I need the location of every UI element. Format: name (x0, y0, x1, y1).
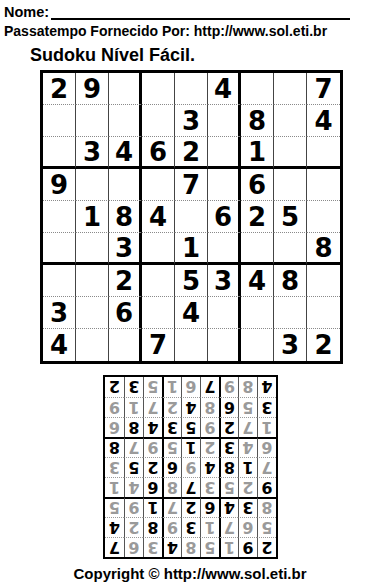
solution-cell-r5c2: 1 (238, 457, 257, 477)
solution-cell-r4c6: 8 (162, 477, 181, 497)
solution-cell-r2c5: 3 (181, 517, 200, 537)
solution-cell-r9c7: 5 (143, 377, 162, 397)
puzzle-cell-r2c1[interactable] (43, 105, 76, 137)
solution-cell-r5c7: 2 (143, 457, 162, 477)
solution-cell-r2c3: 7 (219, 517, 238, 537)
solution-cell-r8c8: 1 (124, 397, 143, 417)
solution-cell-r7c9: 6 (105, 417, 124, 437)
puzzle-cell-r7c8[interactable]: 8 (274, 265, 307, 297)
puzzle-cell-r8c6[interactable] (208, 297, 241, 329)
puzzle-cell-r5c9[interactable] (307, 201, 340, 233)
solution-cell-r2c6: 9 (162, 517, 181, 537)
puzzle-cell-r9c4[interactable]: 7 (142, 329, 175, 361)
puzzle-cell-r9c1[interactable]: 4 (43, 329, 76, 361)
puzzle-cell-r3c4[interactable]: 6 (142, 137, 175, 169)
name-field-row: Nome: (4, 4, 350, 20)
puzzle-cell-r6c8[interactable] (274, 233, 307, 265)
puzzle-cell-r8c9[interactable] (307, 297, 340, 329)
puzzle-cell-r4c3[interactable] (109, 169, 142, 201)
puzzle-cell-r9c5[interactable] (175, 329, 208, 361)
solution-cell-r6c7: 9 (143, 437, 162, 457)
puzzle-cell-r3c3[interactable]: 4 (109, 137, 142, 169)
solution-cell-r2c8: 2 (124, 517, 143, 537)
puzzle-cell-r1c7[interactable] (241, 73, 274, 105)
puzzle-cell-r6c9[interactable]: 8 (307, 233, 340, 265)
solution-cell-r5c4: 4 (200, 457, 219, 477)
puzzle-cell-r2c2[interactable] (76, 105, 109, 137)
puzzle-cell-r5c2[interactable]: 1 (76, 201, 109, 233)
copyright-text: Copyright © http://www.sol.eti.br (0, 565, 380, 582)
solution-cell-r5c6: 6 (162, 457, 181, 477)
puzzle-cell-r8c5[interactable]: 4 (175, 297, 208, 329)
puzzle-cell-r4c4[interactable] (142, 169, 175, 201)
puzzle-cell-r9c3[interactable] (109, 329, 142, 361)
solution-cell-r8c6: 2 (162, 397, 181, 417)
puzzle-cell-r6c3[interactable]: 3 (109, 233, 142, 265)
puzzle-cell-r2c7[interactable]: 8 (241, 105, 274, 137)
solution-cell-r9c9: 2 (105, 377, 124, 397)
solution-cell-r4c1: 9 (257, 477, 276, 497)
puzzle-cell-r8c7[interactable] (241, 297, 274, 329)
solution-cell-r7c4: 9 (200, 417, 219, 437)
solution-cell-r6c3: 3 (219, 437, 238, 457)
solution-grid-rotated-180: 2915843675671398248346271959253786417184… (103, 375, 278, 559)
puzzle-cell-r7c2[interactable] (76, 265, 109, 297)
solution-cell-r6c9: 8 (105, 437, 124, 457)
solution-cell-r6c4: 2 (200, 437, 219, 457)
solution-cell-r7c7: 4 (143, 417, 162, 437)
puzzle-cell-r2c3[interactable] (109, 105, 142, 137)
solution-cell-r9c4: 7 (200, 377, 219, 397)
puzzle-cell-r1c2[interactable]: 9 (76, 73, 109, 105)
solution-cell-r8c4: 8 (200, 397, 219, 417)
puzzle-cell-r1c8[interactable] (274, 73, 307, 105)
solution-cell-r4c7: 6 (143, 477, 162, 497)
solution-cell-r2c1: 5 (257, 517, 276, 537)
puzzle-cell-r3c9[interactable] (307, 137, 340, 169)
solution-cell-r6c6: 5 (162, 437, 181, 457)
solution-cell-r3c6: 7 (162, 497, 181, 517)
page-title: Sudoku Nível Fácil. (30, 45, 380, 66)
solution-cell-r7c5: 5 (181, 417, 200, 437)
puzzle-cell-r7c1[interactable] (43, 265, 76, 297)
solution-cell-r9c3: 9 (219, 377, 238, 397)
puzzle-cell-r3c2[interactable]: 3 (76, 137, 109, 169)
provider-line: Passatempo Fornecido Por: http://www.sol… (4, 23, 380, 39)
solution-cell-r1c4: 5 (200, 537, 219, 557)
solution-cell-r3c2: 3 (238, 497, 257, 517)
solution-cell-r8c3: 6 (219, 397, 238, 417)
solution-cell-r9c1: 4 (257, 377, 276, 397)
puzzle-cell-r4c2[interactable] (76, 169, 109, 201)
puzzle-cell-r8c8[interactable] (274, 297, 307, 329)
solution-cell-r1c2: 9 (238, 537, 257, 557)
puzzle-cell-r5c3[interactable]: 8 (109, 201, 142, 233)
solution-cell-r1c9: 7 (105, 537, 124, 557)
puzzle-cell-r3c7[interactable]: 1 (241, 137, 274, 169)
puzzle-cell-r6c7[interactable] (241, 233, 274, 265)
puzzle-cell-r8c2[interactable] (76, 297, 109, 329)
puzzle-cell-r3c1[interactable] (43, 137, 76, 169)
solution-cell-r9c2: 8 (238, 377, 257, 397)
puzzle-cell-r7c4[interactable] (142, 265, 175, 297)
solution-cell-r7c1: 1 (257, 417, 276, 437)
puzzle-cell-r1c3[interactable] (109, 73, 142, 105)
puzzle-cell-r3c6[interactable] (208, 137, 241, 169)
solution-cell-r5c3: 8 (219, 457, 238, 477)
solution-cell-r2c7: 8 (143, 517, 162, 537)
solution-cell-r7c3: 2 (219, 417, 238, 437)
solution-cell-r3c9: 5 (105, 497, 124, 517)
puzzle-cell-r4c1[interactable]: 9 (43, 169, 76, 201)
solution-cell-r3c1: 8 (257, 497, 276, 517)
solution-cell-r5c9: 3 (105, 457, 124, 477)
puzzle-cell-r1c6[interactable]: 4 (208, 73, 241, 105)
solution-cell-r8c7: 7 (143, 397, 162, 417)
puzzle-cell-r9c9[interactable]: 2 (307, 329, 340, 361)
puzzle-cell-r1c9[interactable]: 7 (307, 73, 340, 105)
puzzle-cell-r9c7[interactable] (241, 329, 274, 361)
solution-cell-r2c2: 6 (238, 517, 257, 537)
solution-cell-r6c5: 1 (181, 437, 200, 457)
puzzle-cell-r2c6[interactable] (208, 105, 241, 137)
puzzle-cell-r5c7[interactable]: 2 (241, 201, 274, 233)
solution-cell-r5c5: 9 (181, 457, 200, 477)
solution-cell-r6c2: 4 (238, 437, 257, 457)
puzzle-cell-r5c1[interactable] (43, 201, 76, 233)
solution-cell-r4c4: 3 (200, 477, 219, 497)
solution-cell-r4c3: 5 (219, 477, 238, 497)
puzzle-cell-r1c4[interactable] (142, 73, 175, 105)
puzzle-cell-r4c7[interactable]: 6 (241, 169, 274, 201)
solution-cell-r4c5: 7 (181, 477, 200, 497)
puzzle-cell-r3c8[interactable] (274, 137, 307, 169)
solution-cell-r1c7: 3 (143, 537, 162, 557)
solution-cell-r8c2: 5 (238, 397, 257, 417)
puzzle-cell-r5c6[interactable]: 6 (208, 201, 241, 233)
puzzle-cell-r2c4[interactable] (142, 105, 175, 137)
puzzle-cell-r4c6[interactable] (208, 169, 241, 201)
puzzle-cell-r2c9[interactable]: 4 (307, 105, 340, 137)
solution-cell-r1c5: 8 (181, 537, 200, 557)
solution-cell-r3c3: 4 (219, 497, 238, 517)
solution-cell-r2c4: 1 (200, 517, 219, 537)
puzzle-cell-r5c4[interactable]: 4 (142, 201, 175, 233)
puzzle-cell-r5c8[interactable]: 5 (274, 201, 307, 233)
solution-cell-r8c5: 4 (181, 397, 200, 417)
puzzle-cell-r2c5[interactable]: 3 (175, 105, 208, 137)
solution-cell-r9c6: 1 (162, 377, 181, 397)
puzzle-cell-r4c5[interactable]: 7 (175, 169, 208, 201)
puzzle-cell-r7c6[interactable]: 3 (208, 265, 241, 297)
puzzle-cell-r1c5[interactable] (175, 73, 208, 105)
solution-cell-r6c8: 7 (124, 437, 143, 457)
solution-cell-r3c8: 9 (124, 497, 143, 517)
puzzle-cell-r8c4[interactable] (142, 297, 175, 329)
main-sudoku-grid: 294738434621976184625318253483644732 (40, 70, 343, 364)
puzzle-cell-r6c6[interactable] (208, 233, 241, 265)
puzzle-cell-r2c8[interactable] (274, 105, 307, 137)
solution-cell-r6c1: 6 (257, 437, 276, 457)
solution-cell-r4c8: 4 (124, 477, 143, 497)
solution-cell-r9c5: 6 (181, 377, 200, 397)
solution-cell-r5c8: 5 (124, 457, 143, 477)
puzzle-cell-r3c5[interactable]: 2 (175, 137, 208, 169)
solution-cell-r7c8: 8 (124, 417, 143, 437)
solution-cell-r1c1: 2 (257, 537, 276, 557)
puzzle-cell-r4c8[interactable] (274, 169, 307, 201)
solution-cell-r3c5: 2 (181, 497, 200, 517)
puzzle-cell-r9c8[interactable]: 3 (274, 329, 307, 361)
solution-cell-r4c2: 2 (238, 477, 257, 497)
solution-cell-r2c9: 4 (105, 517, 124, 537)
puzzle-cell-r6c2[interactable] (76, 233, 109, 265)
puzzle-cell-r8c1[interactable]: 3 (43, 297, 76, 329)
puzzle-cell-r7c3[interactable]: 2 (109, 265, 142, 297)
puzzle-cell-r6c4[interactable] (142, 233, 175, 265)
puzzle-cell-r6c5[interactable]: 1 (175, 233, 208, 265)
puzzle-cell-r9c6[interactable] (208, 329, 241, 361)
solution-cell-r1c6: 4 (162, 537, 181, 557)
puzzle-cell-r1c1[interactable]: 2 (43, 73, 76, 105)
puzzle-cell-r9c2[interactable] (76, 329, 109, 361)
solution-cell-r1c3: 1 (219, 537, 238, 557)
solution-cell-r3c4: 6 (200, 497, 219, 517)
puzzle-cell-r8c3[interactable]: 6 (109, 297, 142, 329)
puzzle-cell-r7c9[interactable] (307, 265, 340, 297)
solution-cell-r9c8: 3 (124, 377, 143, 397)
solution-cell-r7c6: 3 (162, 417, 181, 437)
puzzle-cell-r5c5[interactable] (175, 201, 208, 233)
solution-cell-r8c9: 9 (105, 397, 124, 417)
puzzle-cell-r6c1[interactable] (43, 233, 76, 265)
solution-cell-r1c8: 6 (124, 537, 143, 557)
solution-cell-r8c1: 3 (257, 397, 276, 417)
puzzle-cell-r7c5[interactable]: 5 (175, 265, 208, 297)
solution-cell-r7c2: 7 (238, 417, 257, 437)
solution-cell-r4c9: 1 (105, 477, 124, 497)
puzzle-cell-r4c9[interactable] (307, 169, 340, 201)
name-label: Nome: (4, 4, 49, 20)
puzzle-cell-r7c7[interactable]: 4 (241, 265, 274, 297)
solution-cell-r5c1: 7 (257, 457, 276, 477)
solution-cell-r3c7: 1 (143, 497, 162, 517)
name-blank-line[interactable] (51, 4, 350, 20)
